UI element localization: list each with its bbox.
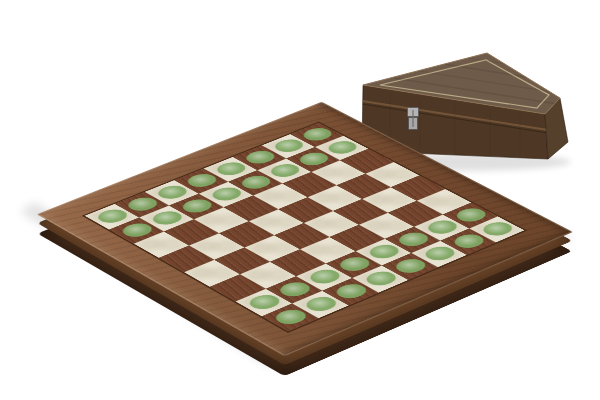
chess-set-product-photo: rnbqkbnr/pppppppp/8/8/8/8/PPPPPPPP/RNBQK… xyxy=(0,0,600,400)
piece-glyph: ♜ xyxy=(263,262,317,322)
box-clasp-icon xyxy=(408,108,419,130)
piece-glyph: ♟ xyxy=(114,185,159,235)
